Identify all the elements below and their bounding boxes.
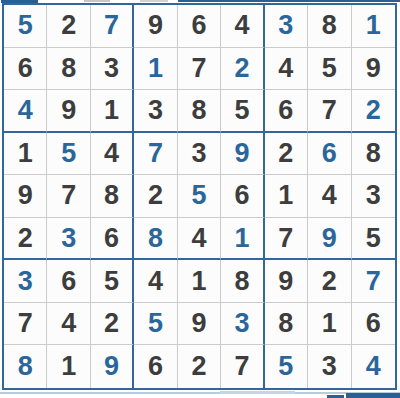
cell-r5c4[interactable]: 2 [134, 175, 177, 218]
cell-r7c9[interactable]: 7 [352, 260, 395, 303]
cell-r9c5[interactable]: 2 [178, 345, 221, 388]
cell-r6c2[interactable]: 3 [47, 218, 90, 261]
cell-r8c6[interactable]: 3 [221, 303, 264, 346]
cell-r9c9[interactable]: 4 [352, 345, 395, 388]
cell-r9c6[interactable]: 7 [221, 345, 264, 388]
cropped-content-bottom-fragment [220, 391, 295, 394]
cell-r5c2[interactable]: 7 [47, 175, 90, 218]
cell-r9c7[interactable]: 5 [265, 345, 308, 388]
cell-r5c3[interactable]: 8 [91, 175, 134, 218]
cell-r6c5[interactable]: 4 [178, 218, 221, 261]
cell-r4c5[interactable]: 3 [178, 133, 221, 176]
cell-r3c5[interactable]: 8 [178, 90, 221, 133]
cell-r5c8[interactable]: 4 [308, 175, 351, 218]
cell-r9c8[interactable]: 3 [308, 345, 351, 388]
cell-r8c3[interactable]: 2 [91, 303, 134, 346]
cell-r7c1[interactable]: 3 [4, 260, 47, 303]
cell-r2c9[interactable]: 9 [352, 48, 395, 91]
sudoku-board: 5279643816831724594913856721547392689782… [2, 3, 397, 390]
cell-r3c9[interactable]: 2 [352, 90, 395, 133]
cell-r3c2[interactable]: 9 [47, 90, 90, 133]
cell-r9c2[interactable]: 1 [47, 345, 90, 388]
cell-r4c8[interactable]: 6 [308, 133, 351, 176]
cell-r6c8[interactable]: 9 [308, 218, 351, 261]
cell-r2c4[interactable]: 1 [134, 48, 177, 91]
cell-r7c8[interactable]: 2 [308, 260, 351, 303]
cell-r8c5[interactable]: 9 [178, 303, 221, 346]
cell-r6c3[interactable]: 6 [91, 218, 134, 261]
cell-r5c6[interactable]: 6 [221, 175, 264, 218]
cell-r8c1[interactable]: 7 [4, 303, 47, 346]
cell-r3c6[interactable]: 5 [221, 90, 264, 133]
cell-r2c3[interactable]: 3 [91, 48, 134, 91]
cell-r5c1[interactable]: 9 [4, 175, 47, 218]
cell-r7c6[interactable]: 8 [221, 260, 264, 303]
cell-r2c2[interactable]: 8 [47, 48, 90, 91]
cell-r1c3[interactable]: 7 [91, 5, 134, 48]
cell-r7c7[interactable]: 9 [265, 260, 308, 303]
sudoku-page: 5279643816831724594913856721547392689782… [0, 0, 400, 398]
cell-r7c4[interactable]: 4 [134, 260, 177, 303]
cell-r8c8[interactable]: 1 [308, 303, 351, 346]
cell-r1c6[interactable]: 4 [221, 5, 264, 48]
cropped-content-bottom-bar-fragment [346, 393, 400, 398]
cell-r2c7[interactable]: 4 [265, 48, 308, 91]
cell-r7c5[interactable]: 1 [178, 260, 221, 303]
cell-r5c9[interactable]: 3 [352, 175, 395, 218]
cell-r7c3[interactable]: 5 [91, 260, 134, 303]
cell-r3c3[interactable]: 1 [91, 90, 134, 133]
cell-r1c7[interactable]: 3 [265, 5, 308, 48]
cell-r4c7[interactable]: 2 [265, 133, 308, 176]
cell-r9c1[interactable]: 8 [4, 345, 47, 388]
cell-r6c1[interactable]: 2 [4, 218, 47, 261]
cell-r4c4[interactable]: 7 [134, 133, 177, 176]
cropped-content-bottom-line-fragment [0, 392, 400, 394]
cell-r4c2[interactable]: 5 [47, 133, 90, 176]
cell-r2c1[interactable]: 6 [4, 48, 47, 91]
cell-r3c4[interactable]: 3 [134, 90, 177, 133]
cell-r4c3[interactable]: 4 [91, 133, 134, 176]
cropped-content-top-fragment [84, 0, 110, 2]
cell-r8c9[interactable]: 6 [352, 303, 395, 346]
cropped-content-top-fragment [140, 0, 168, 2]
cell-r3c1[interactable]: 4 [4, 90, 47, 133]
cropped-content-top-line-fragment [178, 0, 400, 2]
cell-r3c8[interactable]: 7 [308, 90, 351, 133]
cell-r2c8[interactable]: 5 [308, 48, 351, 91]
cell-r8c7[interactable]: 8 [265, 303, 308, 346]
cell-r5c7[interactable]: 1 [265, 175, 308, 218]
cell-r6c9[interactable]: 5 [352, 218, 395, 261]
cell-r8c4[interactable]: 5 [134, 303, 177, 346]
cell-r4c9[interactable]: 8 [352, 133, 395, 176]
cell-r1c5[interactable]: 6 [178, 5, 221, 48]
cell-r6c7[interactable]: 7 [265, 218, 308, 261]
cell-r2c5[interactable]: 7 [178, 48, 221, 91]
cell-r1c8[interactable]: 8 [308, 5, 351, 48]
cell-r5c5[interactable]: 5 [178, 175, 221, 218]
cell-r7c2[interactable]: 6 [47, 260, 90, 303]
cell-r3c7[interactable]: 6 [265, 90, 308, 133]
cell-r1c1[interactable]: 5 [4, 5, 47, 48]
cell-r9c4[interactable]: 6 [134, 345, 177, 388]
cell-r1c4[interactable]: 9 [134, 5, 177, 48]
cell-r2c6[interactable]: 2 [221, 48, 264, 91]
cell-r9c3[interactable]: 9 [91, 345, 134, 388]
cell-r8c2[interactable]: 4 [47, 303, 90, 346]
cell-r1c2[interactable]: 2 [47, 5, 90, 48]
cell-r4c1[interactable]: 1 [4, 133, 47, 176]
cell-r4c6[interactable]: 9 [221, 133, 264, 176]
cell-r1c9[interactable]: 1 [352, 5, 395, 48]
cell-r6c6[interactable]: 1 [221, 218, 264, 261]
cell-r6c4[interactable]: 8 [134, 218, 177, 261]
